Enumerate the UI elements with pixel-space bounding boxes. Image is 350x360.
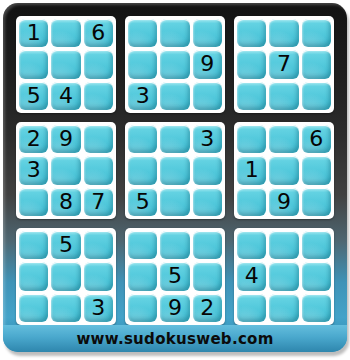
cell-r6c1[interactable] — [19, 188, 48, 216]
cell-r5c1[interactable]: 3 — [19, 156, 48, 184]
cell-r4c5[interactable] — [160, 125, 189, 153]
cell-r6c6[interactable] — [193, 188, 222, 216]
cell-r9c1[interactable] — [19, 294, 48, 322]
cell-r5c5[interactable] — [160, 156, 189, 184]
cell-r8c3[interactable] — [84, 262, 113, 290]
cell-r8c1[interactable] — [19, 262, 48, 290]
cell-r8c5[interactable]: 5 — [160, 262, 189, 290]
cell-r4c6[interactable]: 3 — [193, 125, 222, 153]
cell-r6c9[interactable] — [302, 188, 331, 216]
cell-r3c3[interactable] — [84, 82, 113, 110]
box-3: 7 — [234, 16, 334, 113]
sudoku-board: 16549372938735619535924 — [16, 16, 334, 325]
cell-r1c5[interactable] — [160, 19, 189, 47]
box-2: 93 — [125, 16, 225, 113]
cell-r9c7[interactable] — [237, 294, 266, 322]
cell-r8c6[interactable] — [193, 262, 222, 290]
cell-r6c2[interactable]: 8 — [51, 188, 80, 216]
cell-r9c2[interactable] — [51, 294, 80, 322]
cell-r2c8[interactable]: 7 — [269, 50, 298, 78]
box-6: 619 — [234, 122, 334, 219]
cell-r2c6[interactable]: 9 — [193, 50, 222, 78]
cell-r1c1[interactable]: 1 — [19, 19, 48, 47]
cell-r6c5[interactable] — [160, 188, 189, 216]
site-url[interactable]: www.sudokusweb.com — [76, 330, 273, 348]
cell-r9c5[interactable]: 9 — [160, 294, 189, 322]
cell-r5c3[interactable] — [84, 156, 113, 184]
cell-r4c9[interactable]: 6 — [302, 125, 331, 153]
cell-r7c5[interactable] — [160, 231, 189, 259]
cell-r8c9[interactable] — [302, 262, 331, 290]
cell-r6c4[interactable]: 5 — [128, 188, 157, 216]
cell-r4c8[interactable] — [269, 125, 298, 153]
cell-r7c7[interactable] — [237, 231, 266, 259]
cell-r9c4[interactable] — [128, 294, 157, 322]
cell-r7c2[interactable]: 5 — [51, 231, 80, 259]
cell-r8c4[interactable] — [128, 262, 157, 290]
cell-r5c2[interactable] — [51, 156, 80, 184]
cell-r3c9[interactable] — [302, 82, 331, 110]
cell-r7c1[interactable] — [19, 231, 48, 259]
cell-r3c1[interactable]: 5 — [19, 82, 48, 110]
cell-r7c8[interactable] — [269, 231, 298, 259]
cell-r2c7[interactable] — [237, 50, 266, 78]
cell-r8c8[interactable] — [269, 262, 298, 290]
cell-r1c6[interactable] — [193, 19, 222, 47]
cell-r9c3[interactable]: 3 — [84, 294, 113, 322]
cell-r2c1[interactable] — [19, 50, 48, 78]
box-4: 29387 — [16, 122, 116, 219]
sudoku-widget: 16549372938735619535924 www.sudokusweb.c… — [0, 0, 350, 360]
cell-r1c2[interactable] — [51, 19, 80, 47]
cell-r4c2[interactable]: 9 — [51, 125, 80, 153]
cell-r2c5[interactable] — [160, 50, 189, 78]
cell-r6c3[interactable]: 7 — [84, 188, 113, 216]
cell-r5c8[interactable] — [269, 156, 298, 184]
site-footer: www.sudokusweb.com — [3, 325, 347, 352]
box-7: 53 — [16, 228, 116, 325]
cell-r7c6[interactable] — [193, 231, 222, 259]
cell-r1c8[interactable] — [269, 19, 298, 47]
cell-r2c3[interactable] — [84, 50, 113, 78]
cell-r3c7[interactable] — [237, 82, 266, 110]
cell-r6c7[interactable] — [237, 188, 266, 216]
cell-r1c3[interactable]: 6 — [84, 19, 113, 47]
cell-r1c4[interactable] — [128, 19, 157, 47]
cell-r2c2[interactable] — [51, 50, 80, 78]
cell-r8c2[interactable] — [51, 262, 80, 290]
cell-r3c6[interactable] — [193, 82, 222, 110]
board-frame: 16549372938735619535924 www.sudokusweb.c… — [3, 3, 347, 352]
cell-r5c7[interactable]: 1 — [237, 156, 266, 184]
cell-r9c6[interactable]: 2 — [193, 294, 222, 322]
cell-r5c4[interactable] — [128, 156, 157, 184]
box-8: 592 — [125, 228, 225, 325]
cell-r3c4[interactable]: 3 — [128, 82, 157, 110]
cell-r9c8[interactable] — [269, 294, 298, 322]
cell-r4c4[interactable] — [128, 125, 157, 153]
cell-r7c9[interactable] — [302, 231, 331, 259]
cell-r1c9[interactable] — [302, 19, 331, 47]
cell-r2c9[interactable] — [302, 50, 331, 78]
cell-r9c9[interactable] — [302, 294, 331, 322]
cell-r8c7[interactable]: 4 — [237, 262, 266, 290]
cell-r2c4[interactable] — [128, 50, 157, 78]
cell-r4c3[interactable] — [84, 125, 113, 153]
cell-r3c2[interactable]: 4 — [51, 82, 80, 110]
cell-r5c6[interactable] — [193, 156, 222, 184]
cell-r7c3[interactable] — [84, 231, 113, 259]
box-9: 4 — [234, 228, 334, 325]
cell-r4c1[interactable]: 2 — [19, 125, 48, 153]
box-5: 35 — [125, 122, 225, 219]
cell-r3c8[interactable] — [269, 82, 298, 110]
cell-r6c8[interactable]: 9 — [269, 188, 298, 216]
box-1: 1654 — [16, 16, 116, 113]
cell-r3c5[interactable] — [160, 82, 189, 110]
cell-r4c7[interactable] — [237, 125, 266, 153]
cell-r5c9[interactable] — [302, 156, 331, 184]
cell-r7c4[interactable] — [128, 231, 157, 259]
cell-r1c7[interactable] — [237, 19, 266, 47]
